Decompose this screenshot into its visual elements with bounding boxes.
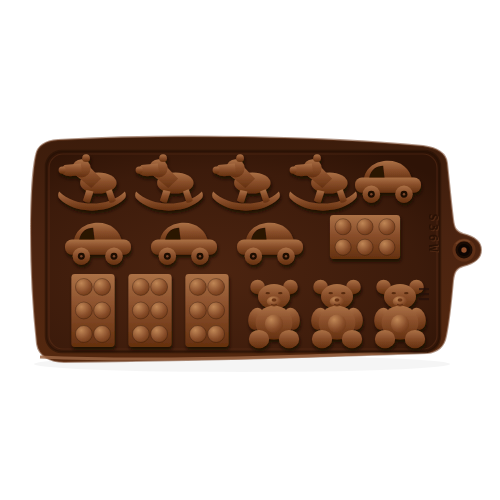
cavity-brick-v [185,274,228,347]
product-photo: S36W S36W [0,0,500,500]
embossed-bars [419,288,429,300]
cavity-brick-v [71,274,114,347]
chocolate-mold-illustration: S36W S36W [0,0,500,500]
cavity-brick-v [128,274,171,347]
cavity-brick-h [330,215,400,259]
hanging-tab-hole [453,239,476,262]
cavity-teddy-bear [309,280,365,349]
cavity-teddy-bear [246,280,302,349]
svg-text:S36W: S36W [426,214,440,255]
